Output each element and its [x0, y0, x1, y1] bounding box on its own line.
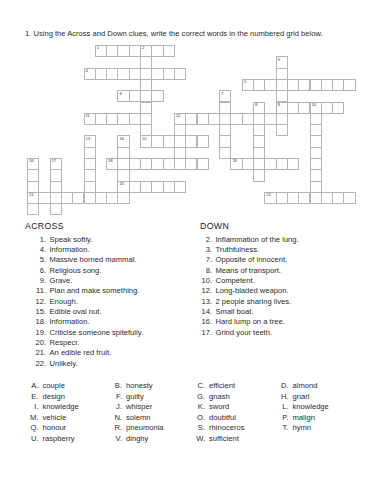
- clue-text: Information.: [50, 317, 90, 326]
- word-bank-item: O.doubtful: [195, 413, 279, 424]
- word-bank-item: D.almond: [278, 381, 373, 392]
- word-bank-item: F.guilty: [112, 392, 195, 403]
- word-bank-word: solemn: [126, 413, 150, 422]
- clue-text: Competent.: [216, 276, 255, 285]
- word-bank-item: Q.honour: [28, 423, 112, 434]
- clue-label: 11.: [29, 286, 46, 295]
- word-bank-item: L.knowledge: [278, 402, 373, 413]
- grid-cell[interactable]: [163, 45, 175, 57]
- word-bank-letter: P.: [278, 413, 289, 422]
- clue-text: Edible oval nut.: [50, 307, 102, 316]
- word-bank-item: U.raspberry: [28, 434, 112, 445]
- clue-number: 1: [97, 46, 99, 50]
- clue-text: Unlikely.: [50, 359, 78, 368]
- word-bank-word: sword: [209, 402, 229, 411]
- instruction-title: 1. Using the Across and Down clues, writ…: [25, 29, 323, 38]
- word-bank-word: dinghy: [126, 434, 148, 443]
- clue-number: 13: [86, 137, 90, 141]
- clue-text: Grind your teeth.: [216, 328, 273, 337]
- clue-number: 5: [244, 80, 246, 84]
- grid-cell[interactable]: [343, 192, 355, 204]
- word-bank-item: B.honesty: [112, 381, 195, 392]
- across-clue: 6.Religious song.: [29, 266, 143, 276]
- word-bank-word: gnarl: [293, 392, 310, 401]
- across-clue-list: 1.Speak softly.4.Information.5.Massive h…: [29, 235, 143, 369]
- word-bank-item: S.rhinoceros: [195, 423, 279, 434]
- word-bank-letter: E.: [28, 392, 39, 401]
- down-clue: 17.Grind your teeth.: [195, 328, 299, 338]
- across-clue: 19.Criticise someone spitefully.: [29, 328, 143, 338]
- clue-text: An edible red fruit.: [50, 348, 112, 357]
- down-clue: 2.Inflammation of the lung.: [195, 235, 299, 245]
- word-bank-word: honour: [43, 423, 67, 432]
- across-clue: 1.Speak softly.: [29, 235, 143, 245]
- clue-number: 17: [52, 159, 56, 163]
- clue-label: 8.: [195, 266, 212, 275]
- across-clue: 22.Unlikely.: [29, 359, 143, 369]
- word-bank-item: G.gnash: [195, 392, 279, 403]
- word-bank-letter: I.: [28, 402, 39, 411]
- down-header: DOWN: [200, 221, 229, 231]
- word-bank-item: V.dinghy: [112, 434, 195, 445]
- grid-cell[interactable]: [197, 158, 209, 170]
- clue-label: 10.: [195, 276, 212, 285]
- clue-text: Religious song.: [50, 266, 102, 275]
- grid-cell[interactable]: [287, 158, 299, 170]
- clue-number: 10: [312, 103, 316, 107]
- clue-label: 15.: [29, 307, 46, 316]
- word-bank-item: R.pneumonia: [112, 423, 195, 434]
- across-clue: 12.Enough.: [29, 297, 143, 307]
- down-clue: 8.Means of transport.: [195, 266, 299, 276]
- word-bank-letter: K.: [195, 402, 206, 411]
- clue-number: 2: [142, 46, 144, 50]
- word-bank-letter: A.: [28, 381, 39, 390]
- clue-label: 7.: [195, 255, 212, 264]
- down-clue-list: 2.Inflammation of the lung.3.Truthfulnes…: [195, 235, 299, 338]
- clue-label: 21.: [29, 348, 46, 357]
- word-bank-item: N.solemn: [112, 413, 195, 424]
- clue-label: 14.: [195, 307, 212, 316]
- word-bank-word: rhinoceros: [209, 423, 244, 432]
- word-bank-letter: L.: [278, 402, 289, 411]
- clue-number: 16: [29, 159, 33, 163]
- word-bank-word: vehicle: [43, 413, 67, 422]
- down-clue: 13.2 people sharing lives.: [195, 297, 299, 307]
- clue-text: Respecr.: [50, 338, 80, 347]
- clue-number: 21: [29, 193, 33, 197]
- word-bank-letter: D.: [278, 381, 289, 390]
- clue-label: 2.: [195, 235, 212, 244]
- clue-number: 8: [255, 103, 257, 107]
- clue-text: Inflammation of the lung.: [216, 235, 299, 244]
- clue-label: 22.: [29, 359, 46, 368]
- word-bank-letter: F.: [112, 392, 123, 401]
- clue-label: 13.: [195, 297, 212, 306]
- word-bank-word: couple: [43, 381, 65, 390]
- word-bank-word: raspberry: [43, 434, 75, 443]
- word-bank-letter: S.: [195, 423, 206, 432]
- clue-label: 16.: [195, 317, 212, 326]
- word-bank-letter: N.: [112, 413, 123, 422]
- clue-text: Information.: [50, 245, 90, 254]
- across-clue: 21.An edible red fruit.: [29, 348, 143, 358]
- down-clue: 7.Opposite of innocent.: [195, 255, 299, 265]
- word-bank-word: doubtful: [209, 413, 236, 422]
- word-bank-item: M.vehicle: [28, 413, 112, 424]
- across-clue: 4.Information.: [29, 245, 143, 255]
- word-bank-letter: T.: [278, 423, 289, 432]
- word-bank-item: T.hymn: [278, 423, 373, 434]
- word-bank-letter: Q.: [28, 423, 39, 432]
- clue-label: 17.: [195, 328, 212, 337]
- word-bank-word: gnash: [209, 392, 230, 401]
- clue-label: 1.: [29, 235, 46, 244]
- down-clue: 16.Hard lump on a tree.: [195, 317, 299, 327]
- down-clue: 10.Competent.: [195, 276, 299, 286]
- word-bank-word: almond: [293, 381, 318, 390]
- across-clue: 15.Edible oval nut.: [29, 307, 143, 317]
- clue-number: 3: [278, 58, 280, 62]
- word-bank-word: guilty: [126, 392, 144, 401]
- word-bank-word: hymn: [293, 423, 312, 432]
- grid-cell[interactable]: [174, 68, 186, 80]
- across-clue: 11.Plan and make something.: [29, 286, 143, 296]
- clue-number: 7: [221, 92, 223, 96]
- grid-cell[interactable]: [174, 181, 186, 193]
- word-bank-letter: C.: [195, 381, 206, 390]
- clue-number: 6: [119, 92, 121, 96]
- clue-number: 9: [278, 103, 280, 107]
- grid-cell[interactable]: [253, 169, 265, 181]
- grid-cell[interactable]: [27, 203, 39, 215]
- word-bank-word: pneumonia: [126, 423, 164, 432]
- clue-text: Small boat.: [216, 307, 254, 316]
- word-bank-letter: B.: [112, 381, 123, 390]
- across-clue: 20.Respecr.: [29, 338, 143, 348]
- word-bank-letter: V.: [112, 434, 123, 443]
- clue-text: Speak softly.: [50, 235, 93, 244]
- clue-text: 2 people sharing lives.: [216, 297, 292, 306]
- word-bank-item: E.design: [28, 392, 112, 403]
- down-clue: 12.Long-bladed weapon.: [195, 286, 299, 296]
- word-bank-word: efficient: [209, 381, 235, 390]
- word-bank-item: J.whisper: [112, 402, 195, 413]
- clue-text: Means of transport.: [216, 266, 281, 275]
- word-bank-letter: H.: [278, 392, 289, 401]
- word-bank-item: C.efficient: [195, 381, 279, 392]
- clue-text: Truthfulness.: [216, 245, 260, 254]
- grid-cell[interactable]: [50, 203, 62, 215]
- clue-text: Criticise someone spitefully.: [50, 328, 144, 337]
- word-bank-letter: R.: [112, 423, 123, 432]
- clue-number: 12: [176, 114, 180, 118]
- word-bank-letter: W.: [195, 434, 206, 443]
- clue-text: Long-bladed weapon.: [216, 286, 289, 295]
- word-bank-item: H.gnarl: [278, 392, 373, 403]
- clue-number: 20: [119, 182, 123, 186]
- clue-number: 22: [266, 193, 270, 197]
- clue-label: 9.: [29, 276, 46, 285]
- grid-cell[interactable]: [117, 192, 129, 204]
- clue-text: Hard lump on a tree.: [216, 317, 285, 326]
- clue-number: 14: [119, 137, 123, 141]
- grid-cell[interactable]: [276, 124, 288, 136]
- clue-text: Plan and make something.: [50, 286, 140, 295]
- word-bank-letter: M.: [28, 413, 39, 422]
- across-clue: 18.Information.: [29, 317, 143, 327]
- word-bank-item: K.sword: [195, 402, 279, 413]
- clue-number: 4: [86, 69, 88, 73]
- clue-label: 20.: [29, 338, 46, 347]
- word-bank-letter: O.: [195, 413, 206, 422]
- word-bank-letter: G.: [195, 392, 206, 401]
- clue-label: 18.: [29, 317, 46, 326]
- clue-label: 5.: [29, 255, 46, 264]
- crossword-grid: 12345678910111213141516171819202122: [27, 45, 356, 216]
- clue-text: Massive horned mammal.: [50, 255, 137, 264]
- clue-text: Grave.: [50, 276, 73, 285]
- across-header: ACROSS: [25, 221, 64, 231]
- word-bank-word: sufficient: [209, 434, 239, 443]
- word-bank-word: knowledge: [43, 402, 79, 411]
- word-bank-item: W.sufficient: [195, 434, 279, 445]
- clue-label: 6.: [29, 266, 46, 275]
- clue-text: Enough.: [50, 297, 78, 306]
- across-clue: 5.Massive horned mammal.: [29, 255, 143, 265]
- clue-label: 3.: [195, 245, 212, 254]
- clue-number: 19: [232, 159, 236, 163]
- down-clue: 14.Small boat.: [195, 307, 299, 317]
- word-bank-item: I.knowledge: [28, 402, 112, 413]
- word-bank-letter: U.: [28, 434, 39, 443]
- clue-label: 19.: [29, 328, 46, 337]
- clue-label: 12.: [195, 286, 212, 295]
- clue-number: 18: [108, 159, 112, 163]
- word-bank-item: A.couple: [28, 381, 112, 392]
- down-clue: 3.Truthfulness.: [195, 245, 299, 255]
- word-bank-word: whisper: [126, 402, 152, 411]
- word-bank-word: design: [43, 392, 65, 401]
- word-bank-word: malign: [293, 413, 315, 422]
- grid-cell[interactable]: [332, 102, 344, 114]
- word-bank-letter: J.: [112, 402, 123, 411]
- clue-label: 12.: [29, 297, 46, 306]
- clue-number: 15: [142, 137, 146, 141]
- grid-cell[interactable]: [151, 90, 163, 102]
- word-bank-item: P.malign: [278, 413, 373, 424]
- word-bank: A.coupleB.honestyC.efficientD.almondE.de…: [28, 381, 373, 445]
- word-bank-word: honesty: [126, 381, 153, 390]
- word-bank-word: knowledge: [293, 402, 329, 411]
- clue-label: 4.: [29, 245, 46, 254]
- grid-cell[interactable]: [197, 135, 209, 147]
- clue-text: Opposite of innocent.: [216, 255, 288, 264]
- clue-number: 11: [86, 114, 90, 118]
- grid-cell[interactable]: [343, 79, 355, 91]
- across-clue: 9.Grave.: [29, 276, 143, 286]
